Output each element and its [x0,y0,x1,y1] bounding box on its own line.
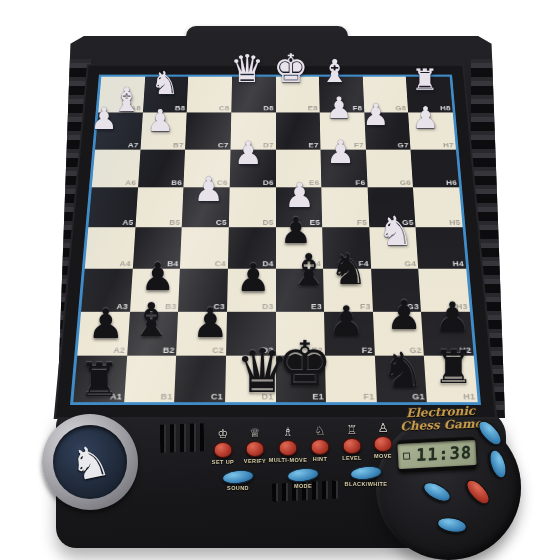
square-coordinate-label: C4 [215,259,227,267]
square-coordinate-label: H5 [449,219,461,227]
square-coordinate-label: B1 [160,392,172,401]
multi-move-button[interactable] [279,440,298,456]
square-coordinate-label: B5 [169,219,181,227]
black-pawn-h2[interactable]: ♟ [434,297,470,338]
lcd-cursor-square [403,452,410,459]
square-coordinate-label: F6 [355,179,365,187]
black-pawn-c2[interactable]: ♟ [192,303,229,344]
hint-button[interactable] [311,439,330,455]
square-f1[interactable]: F1 [325,356,377,402]
verify-button[interactable] [246,441,265,457]
square-coordinate-label: B6 [171,179,182,187]
level-button[interactable] [343,438,362,454]
black-rook-a1[interactable]: ♜ [79,357,121,404]
white-rook-h8[interactable]: ♜ [412,65,439,95]
square-coordinate-label: H8 [440,104,451,111]
square-coordinate-label: H7 [443,141,454,148]
square-coordinate-label: E3 [311,302,322,311]
square-coordinate-label: D6 [263,179,274,187]
square-coordinate-label: A5 [122,219,134,227]
square-coordinate-label: D8 [263,104,274,111]
square-b5[interactable]: B5 [135,188,184,228]
white-pawn-e5[interactable]: ♟ [284,178,315,212]
square-c7[interactable]: C7 [185,112,231,149]
product-title: Electronic Chess Game [398,405,485,434]
square-g6[interactable]: G6 [366,149,414,187]
button-label: SOUND [227,485,249,491]
black-pawn-a2[interactable]: ♟ [87,304,124,345]
button-label: BLACK/WHITE [345,481,388,487]
square-coordinate-label: F2 [361,346,372,355]
black-pawn-b3[interactable]: ♟ [140,258,174,296]
button-label: SET UP [212,459,234,465]
white-pawn-f7[interactable]: ♟ [326,94,353,124]
pawn-icon: ♙ [378,421,389,435]
white-pawn-f6[interactable]: ♟ [326,137,355,169]
square-coordinate-label: E7 [308,141,318,148]
white-pawn-h7[interactable]: ♟ [412,103,439,133]
square-b1[interactable]: B1 [124,356,177,402]
square-coordinate-label: B8 [175,104,186,111]
square-coordinate-label: F7 [354,141,364,148]
square-coordinate-label: C1 [211,392,223,401]
square-coordinate-label: E8 [308,104,318,111]
black-bishop-e3[interactable]: ♝ [289,249,328,293]
square-c4[interactable]: C4 [180,227,229,268]
electronic-chess-computer: Excalibur A8B8C8D8E8F8G8H8A7B7C7D7E7F7G7… [0,0,560,560]
square-a6[interactable]: A6 [92,149,140,187]
square-coordinate-label: G7 [397,141,409,148]
black-knight-g1[interactable]: ♞ [381,346,425,395]
square-h6[interactable]: H6 [411,149,459,187]
set-up-button[interactable] [214,442,233,458]
square-coordinate-label: A6 [125,179,136,187]
square-coordinate-label: G8 [395,104,406,111]
white-queen-d8[interactable]: ♛ [230,50,264,88]
button-label: VERIFY [244,458,266,464]
medallion-center: ♞ [53,425,127,499]
square-coordinate-label: C5 [216,219,227,227]
black-pawn-d3[interactable]: ♟ [236,259,271,298]
speaker-grille-left [160,423,205,453]
white-pawn-d6[interactable]: ♟ [234,138,263,170]
square-h5[interactable]: H5 [413,188,462,228]
square-coordinate-label: C2 [212,346,224,355]
square-c1[interactable]: C1 [174,356,226,402]
square-f5[interactable]: F5 [321,188,369,228]
button-label: MODE [294,483,312,489]
square-coordinate-label: H6 [446,179,458,187]
square-coordinate-label: D7 [263,141,274,148]
square-coordinate-label: F5 [357,219,368,227]
square-coordinate-label: B7 [173,141,184,148]
square-coordinate-label: G4 [404,259,416,267]
black-pawn-e4[interactable]: ♟ [280,213,312,249]
brand-medallion: ♞ [42,414,138,510]
button-label: LEVEL [342,455,362,461]
white-pawn-a7[interactable]: ♟ [91,104,118,134]
square-coordinate-label: H4 [452,259,464,267]
white-pawn-b7[interactable]: ♟ [146,106,173,136]
knight-logo-icon: ♞ [65,433,114,491]
king-icon: ♔ [218,427,229,441]
black-queen-d1[interactable]: ♛ [235,341,289,401]
black-bishop-b2[interactable]: ♝ [130,297,172,344]
bishop-icon: ♗ [283,425,294,439]
white-pawn-c5[interactable]: ♟ [194,173,224,207]
white-pawn-g7[interactable]: ♟ [362,100,389,130]
lcd-time: 11:38 [416,442,472,465]
rook-icon: ♖ [347,423,358,437]
square-d5[interactable]: D5 [229,188,276,228]
square-coordinate-label: G6 [400,179,412,187]
white-knight-g4[interactable]: ♞ [377,211,413,251]
black-rook-h1[interactable]: ♜ [433,345,474,391]
square-c8[interactable]: C8 [187,77,232,113]
square-a4[interactable]: A4 [85,227,135,268]
button-label: MULTI-MOVE [269,457,307,463]
black-knight-f3[interactable]: ♞ [329,248,367,291]
square-coordinate-label: A7 [128,141,139,148]
knight-icon: ♘ [315,424,326,438]
square-coordinate-label: F1 [363,392,374,401]
queen-icon: ♕ [250,426,261,440]
black-pawn-f2[interactable]: ♟ [328,301,365,342]
square-coordinate-label: D3 [262,302,274,311]
square-h4[interactable]: H4 [416,227,466,268]
move-button[interactable] [374,436,393,452]
square-e7[interactable]: E7 [276,112,321,149]
black-pawn-g2[interactable]: ♟ [386,295,422,335]
button-label: MOVE [374,453,392,459]
square-coordinate-label: D5 [262,219,273,227]
square-coordinate-label: C7 [218,141,229,148]
lcd-display: 11:38 [397,439,476,468]
white-bishop-f8[interactable]: ♝ [321,56,349,88]
square-coordinate-label: C8 [219,104,230,111]
white-king-e8[interactable]: ♚ [273,49,308,88]
square-coordinate-label: F8 [352,104,362,111]
button-label: HINT [313,456,327,462]
white-knight-b8[interactable]: ♞ [151,68,179,100]
square-a5[interactable]: A5 [88,188,137,228]
square-coordinate-label: A4 [119,259,131,267]
lcd-bezel: 11:38 [396,435,478,473]
square-b6[interactable]: B6 [138,149,186,187]
